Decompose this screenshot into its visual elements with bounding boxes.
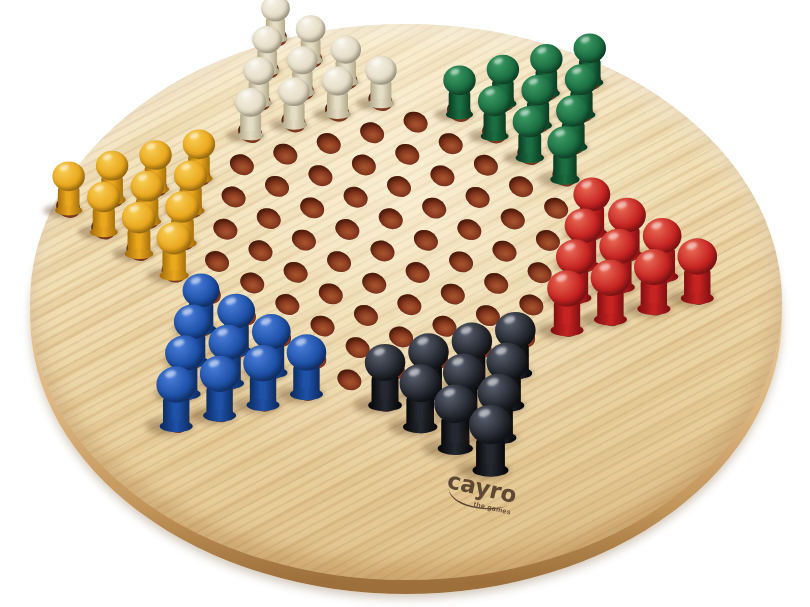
peg-head	[547, 126, 582, 158]
peg-head	[530, 44, 562, 74]
peg-head	[590, 260, 630, 296]
peg-head	[156, 366, 196, 402]
hole-opening	[367, 238, 399, 263]
peg-red[interactable]	[631, 249, 675, 315]
peg-white[interactable]	[276, 77, 311, 130]
board-hole[interactable]	[158, 406, 193, 438]
hole-opening	[402, 260, 434, 285]
hole-opening	[427, 163, 459, 188]
hole-opening	[331, 217, 363, 242]
peg-foot	[446, 110, 473, 120]
hole-opening	[358, 270, 390, 295]
peg-blue[interactable]	[284, 334, 328, 400]
peg-head	[95, 151, 127, 181]
peg-foot	[289, 388, 322, 400]
board-hole[interactable]	[512, 138, 547, 170]
board-photo-scene: cayro the games	[0, 0, 810, 607]
hole-opening	[305, 163, 337, 188]
peg-head	[234, 88, 266, 117]
hole-opening	[261, 174, 293, 199]
hole-opening	[437, 281, 469, 306]
peg-white[interactable]	[233, 88, 268, 141]
board-hole[interactable]	[202, 396, 237, 428]
peg-head	[261, 0, 290, 22]
peg-head	[443, 66, 475, 96]
peg-foot	[367, 99, 393, 109]
peg-head	[321, 67, 353, 96]
hole-opening	[356, 120, 388, 145]
peg-foot	[159, 420, 192, 432]
peg-yellow[interactable]	[85, 182, 122, 238]
peg-head	[182, 130, 214, 160]
board-hole[interactable]	[503, 171, 538, 203]
board-hole[interactable]	[433, 128, 468, 160]
peg-yellow[interactable]	[50, 162, 86, 216]
peg-head	[573, 34, 605, 64]
peg-foot	[89, 227, 117, 237]
peg-head	[165, 191, 199, 222]
peg-foot	[203, 410, 236, 422]
peg-foot	[680, 292, 713, 304]
hole-opening	[236, 270, 268, 295]
board-hole[interactable]	[251, 202, 286, 234]
peg-head	[295, 15, 325, 42]
peg-red[interactable]	[588, 260, 632, 326]
peg-head	[486, 55, 518, 85]
hole-opening	[505, 174, 537, 199]
peg-foot	[280, 120, 306, 130]
hole-opening	[280, 260, 312, 285]
hole-opening	[334, 367, 366, 392]
board-hole[interactable]	[452, 214, 487, 246]
hole-opening	[400, 109, 432, 134]
peg-head	[330, 36, 361, 64]
board-hole[interactable]	[245, 385, 280, 417]
peg-head	[182, 274, 219, 308]
hole-opening	[201, 249, 233, 274]
board-hole[interactable]	[259, 170, 294, 202]
hole-opening	[383, 174, 415, 199]
board-hole[interactable]	[495, 203, 530, 235]
board-hole[interactable]	[477, 117, 512, 149]
peg-foot	[593, 314, 626, 326]
peg-head	[365, 56, 397, 85]
board-hole[interactable]	[288, 374, 323, 406]
board-hole[interactable]	[425, 160, 460, 192]
hole-opening	[418, 195, 450, 220]
hole-opening	[470, 152, 502, 177]
peg-blue[interactable]	[241, 345, 285, 411]
board-hole[interactable]	[243, 235, 278, 267]
peg-yellow[interactable]	[154, 222, 193, 281]
peg-head	[130, 171, 163, 202]
board-hole[interactable]	[322, 246, 357, 278]
board-hole[interactable]	[278, 256, 313, 288]
peg-foot	[324, 110, 350, 120]
peg-head	[478, 86, 511, 117]
peg-foot	[246, 399, 279, 411]
peg-head	[252, 26, 282, 53]
peg-head	[243, 345, 283, 381]
peg-foot	[55, 206, 82, 216]
board-hole[interactable]	[121, 234, 156, 266]
peg-blue[interactable]	[197, 356, 241, 422]
board-hole[interactable]	[363, 84, 398, 116]
peg-green[interactable]	[510, 106, 548, 163]
board-hole[interactable]	[487, 235, 522, 267]
hole-opening	[391, 142, 423, 167]
board-hole[interactable]	[355, 117, 390, 149]
peg-green[interactable]	[441, 66, 477, 120]
board-hole[interactable]	[679, 278, 714, 310]
hole-opening	[288, 227, 320, 252]
peg-head	[52, 162, 84, 192]
peg-white[interactable]	[320, 67, 355, 120]
peg-foot	[237, 131, 263, 141]
board-hole[interactable]	[636, 289, 671, 321]
peg-head	[278, 77, 310, 106]
board-hole[interactable]	[408, 224, 443, 256]
board-hole[interactable]	[338, 181, 373, 213]
peg-head	[573, 178, 610, 212]
board-hole[interactable]	[417, 192, 452, 224]
board-hole[interactable]	[400, 256, 435, 288]
peg-head	[287, 46, 318, 74]
board-hole[interactable]	[348, 299, 383, 331]
peg-head	[512, 106, 546, 137]
peg-head	[286, 334, 326, 370]
hole-opening	[340, 184, 372, 209]
board-hole[interactable]	[398, 106, 433, 138]
peg-foot	[480, 131, 508, 141]
hole-opening	[410, 228, 442, 253]
hole-opening	[218, 184, 250, 209]
board-hole[interactable]	[365, 235, 400, 267]
board-hole[interactable]	[592, 300, 627, 332]
peg-head	[174, 161, 207, 192]
hole-opening	[453, 217, 485, 242]
hole-opening	[323, 249, 355, 274]
board-hole[interactable]	[373, 203, 408, 235]
board-hole[interactable]	[346, 149, 381, 181]
peg-head	[199, 356, 239, 392]
board-hole[interactable]	[392, 289, 427, 321]
peg-head	[547, 270, 587, 306]
board-hole[interactable]	[224, 149, 259, 181]
hole-opening	[253, 206, 285, 231]
hole-opening	[489, 238, 521, 263]
peg-black[interactable]	[466, 405, 514, 477]
peg-head	[468, 405, 511, 445]
hole-opening	[315, 281, 347, 306]
board-hole[interactable]	[460, 181, 495, 213]
board-hole[interactable]	[319, 95, 354, 127]
board-hole[interactable]	[381, 170, 416, 202]
hole-opening	[245, 238, 277, 263]
hole-opening	[350, 303, 382, 328]
board-hole[interactable]	[435, 278, 470, 310]
peg-yellow[interactable]	[119, 202, 157, 259]
board-hole[interactable]	[479, 267, 514, 299]
peg-foot	[637, 303, 670, 315]
hole-opening	[435, 131, 467, 156]
board-hole[interactable]	[233, 117, 268, 149]
hole-opening	[313, 131, 345, 156]
peg-head	[564, 64, 597, 95]
hole-opening	[269, 141, 301, 166]
hole-opening	[296, 195, 328, 220]
board-hole[interactable]	[472, 450, 507, 482]
peg-foot	[550, 324, 583, 336]
peg-red[interactable]	[675, 238, 719, 304]
hole-opening	[209, 217, 241, 242]
peg-foot	[515, 153, 544, 163]
board-hole[interactable]	[468, 149, 503, 181]
hole-opening	[497, 206, 529, 231]
hole-opening	[226, 152, 258, 177]
board-hole[interactable]	[330, 213, 365, 245]
hole-opening	[393, 292, 425, 317]
hole-opening	[462, 185, 494, 210]
peg-head	[556, 95, 590, 126]
board-hole[interactable]	[390, 138, 425, 170]
board-hole[interactable]	[313, 278, 348, 310]
peg-foot	[472, 464, 508, 477]
peg-red[interactable]	[545, 270, 589, 336]
peg-head	[521, 75, 554, 106]
hole-opening	[375, 206, 407, 231]
board-hole[interactable]	[295, 192, 330, 224]
board-hole[interactable]	[357, 267, 392, 299]
hole-opening	[445, 249, 477, 274]
peg-foot	[124, 249, 153, 259]
board-hole[interactable]	[549, 310, 584, 342]
peg-head	[156, 222, 191, 254]
peg-head	[634, 249, 674, 285]
board-hole[interactable]	[444, 246, 479, 278]
peg-head	[121, 202, 155, 233]
hole-opening	[480, 271, 512, 296]
peg-head	[87, 182, 120, 213]
hole-opening	[348, 152, 380, 177]
board-hole[interactable]	[208, 213, 243, 245]
board-hole[interactable]	[276, 106, 311, 138]
board-hole[interactable]	[86, 213, 121, 245]
peg-head	[677, 238, 717, 274]
peg-green[interactable]	[476, 86, 513, 142]
peg-head	[139, 140, 171, 170]
board-hole[interactable]	[311, 127, 346, 159]
board-hole[interactable]	[268, 138, 303, 170]
peg-green[interactable]	[545, 126, 584, 185]
board-hole[interactable]	[441, 95, 476, 127]
peg-white[interactable]	[363, 56, 398, 109]
peg-head	[243, 57, 274, 85]
peg-blue[interactable]	[154, 366, 198, 432]
board-hole[interactable]	[303, 160, 338, 192]
board-hole[interactable]	[216, 181, 251, 213]
board-hole[interactable]	[286, 224, 321, 256]
